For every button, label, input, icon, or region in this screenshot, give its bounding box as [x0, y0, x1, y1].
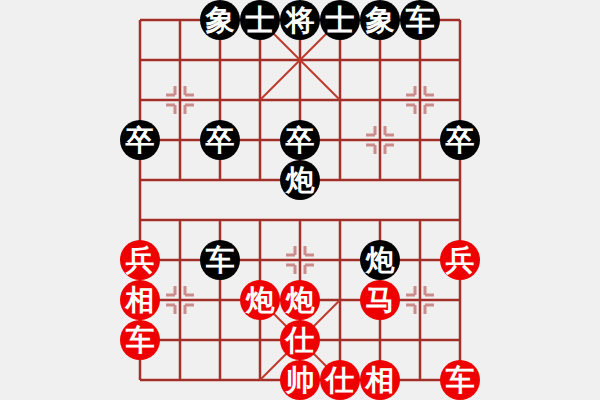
piece-red-elephant[interactable]: 相 [360, 360, 400, 400]
piece-black-soldier[interactable]: 卒 [200, 120, 240, 160]
piece-red-horse[interactable]: 马 [360, 280, 400, 320]
piece-black-advisor[interactable]: 士 [240, 0, 280, 40]
piece-red-advisor[interactable]: 仕 [320, 360, 360, 400]
piece-black-chariot[interactable]: 车 [400, 0, 440, 40]
xiangqi-app: 象士将士象车卒卒卒卒炮车炮兵兵相炮炮马车仕帅仕相车 [0, 0, 600, 400]
piece-black-soldier[interactable]: 卒 [440, 120, 480, 160]
piece-black-cannon[interactable]: 炮 [280, 160, 320, 200]
piece-black-elephant[interactable]: 象 [200, 0, 240, 40]
piece-red-chariot[interactable]: 车 [440, 360, 480, 400]
piece-red-general[interactable]: 帅 [280, 360, 320, 400]
piece-red-chariot[interactable]: 车 [120, 320, 160, 360]
piece-red-elephant[interactable]: 相 [120, 280, 160, 320]
piece-black-chariot[interactable]: 车 [200, 240, 240, 280]
piece-black-soldier[interactable]: 卒 [120, 120, 160, 160]
piece-black-elephant[interactable]: 象 [360, 0, 400, 40]
piece-red-soldier[interactable]: 兵 [440, 240, 480, 280]
piece-red-cannon[interactable]: 炮 [240, 280, 280, 320]
piece-black-advisor[interactable]: 士 [320, 0, 360, 40]
piece-red-cannon[interactable]: 炮 [280, 280, 320, 320]
piece-black-general[interactable]: 将 [280, 0, 320, 40]
piece-black-cannon[interactable]: 炮 [360, 240, 400, 280]
piece-black-soldier[interactable]: 卒 [280, 120, 320, 160]
piece-red-advisor[interactable]: 仕 [280, 320, 320, 360]
piece-red-soldier[interactable]: 兵 [120, 240, 160, 280]
